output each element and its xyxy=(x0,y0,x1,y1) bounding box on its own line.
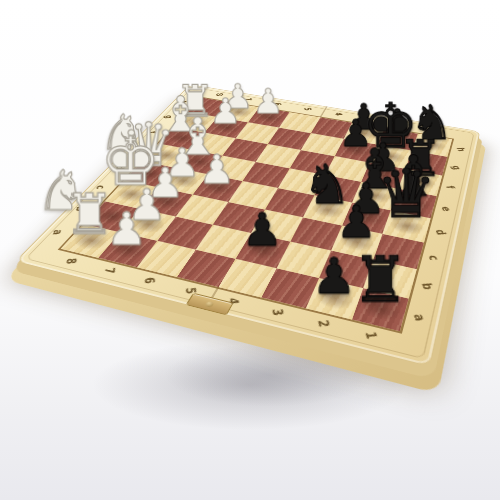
coord-label-8: 8 xyxy=(214,93,225,96)
piece-white-pawn-d6: ♟ xyxy=(199,149,235,189)
coord-label-h: h xyxy=(454,147,468,152)
piece-black-pawn-a2: ♟ xyxy=(312,251,356,300)
coord-label-3: 3 xyxy=(364,117,376,121)
coord-label-7: 7 xyxy=(242,98,253,102)
coord-label-1: 1 xyxy=(429,128,442,132)
coord-label-g: g xyxy=(449,165,464,170)
coord-label-h: h xyxy=(177,101,188,105)
coord-label-6: 6 xyxy=(272,102,283,106)
coord-label-g: g xyxy=(163,115,174,119)
piece-black-rook-a1: ♜ xyxy=(352,249,408,312)
piece-black-pawn-b4: ♟ xyxy=(242,207,283,252)
piece-black-pawn-c2: ♟ xyxy=(336,199,376,244)
piece-white-pawn-a7: ♟ xyxy=(106,206,146,251)
piece-black-queen-d1: ♛ xyxy=(376,161,436,228)
coord-label-2: 2 xyxy=(396,123,409,127)
product-photo-stage: ♜♟♟♜♟♟♞♟♟♚♛♟♞♟♟♛♝♝♝♞♜♟♝♚♟♟♜♞♟♟♟♟ 8765432… xyxy=(0,0,500,500)
coord-label-4: 4 xyxy=(332,112,344,116)
coord-label-5: 5 xyxy=(302,107,314,111)
